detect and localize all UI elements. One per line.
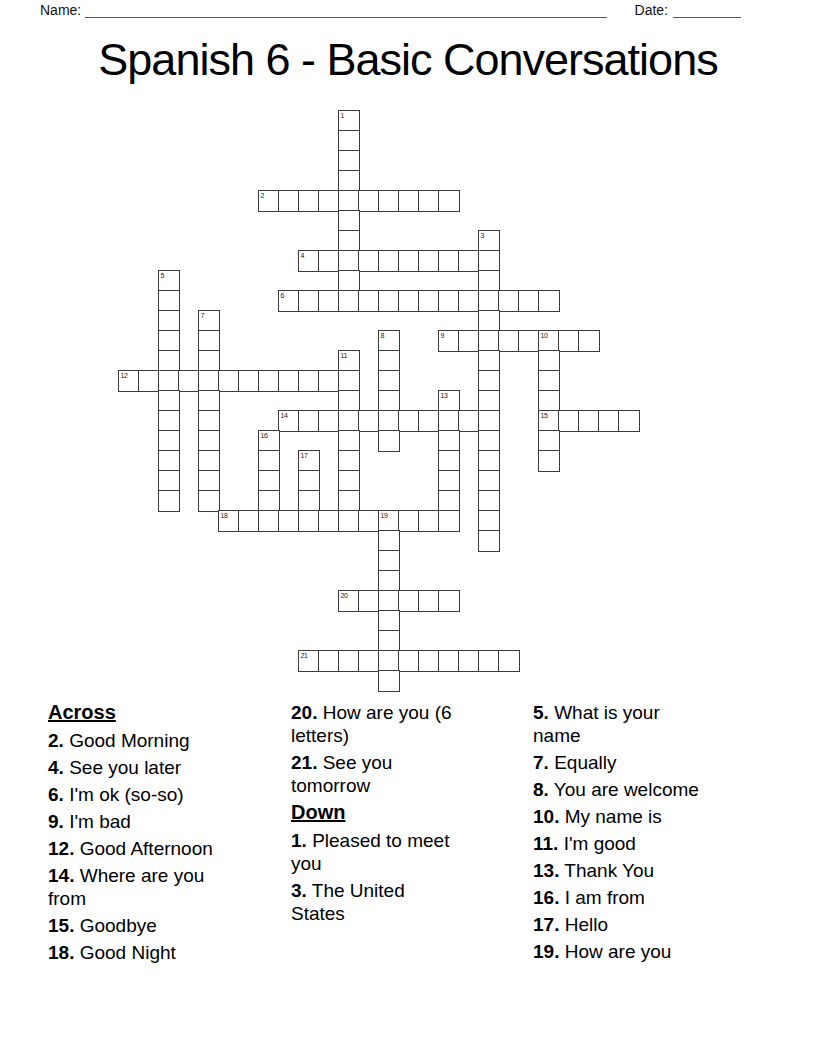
grid-cell[interactable] (338, 130, 360, 152)
grid-cell[interactable] (378, 550, 400, 572)
grid-cell[interactable] (338, 410, 360, 432)
grid-cell[interactable] (478, 450, 500, 472)
grid-cell[interactable] (378, 390, 400, 412)
grid-cell[interactable] (318, 410, 340, 432)
grid-cell[interactable] (338, 470, 360, 492)
grid-cell[interactable] (358, 250, 380, 272)
grid-cell[interactable] (538, 290, 560, 312)
grid-cell[interactable] (158, 290, 180, 312)
clue-number: 6. (48, 784, 64, 805)
cell-number: 20 (341, 592, 348, 600)
grid-cell[interactable] (478, 290, 500, 312)
grid-cell[interactable]: 9 (438, 330, 460, 352)
grid-cell[interactable] (378, 250, 400, 272)
grid-cell[interactable]: 1 (338, 110, 360, 132)
clue-number: 18. (48, 942, 74, 963)
crossword-grid: 123456789101112131415161718192021 (118, 110, 640, 692)
grid-cell[interactable] (138, 370, 160, 392)
grid-cell[interactable]: 10 (538, 330, 560, 352)
grid-cell[interactable]: 7 (198, 310, 220, 332)
clue-number: 20. (291, 702, 317, 723)
grid-cell[interactable]: 13 (438, 390, 460, 412)
clue-column-across: Across2. Good Morning4. See you later6. … (48, 701, 272, 968)
grid-cell[interactable] (398, 290, 420, 312)
grid-cell[interactable] (378, 350, 400, 372)
clue-number: 12. (48, 838, 74, 859)
clue-number: 13. (533, 860, 559, 881)
clue-number: 11. (533, 833, 558, 854)
grid-cell[interactable] (438, 650, 460, 672)
grid-cell[interactable] (478, 510, 500, 532)
grid-cell[interactable] (298, 190, 320, 212)
grid-cell[interactable] (438, 510, 460, 532)
grid-cell[interactable] (378, 530, 400, 552)
grid-cell[interactable]: 12 (118, 370, 140, 392)
clue-number: 19. (533, 941, 559, 962)
grid-cell[interactable] (258, 450, 280, 472)
clue-column-middle: 20. How are you (6 letters)21. See you t… (291, 701, 497, 929)
clue-number: 2. (48, 730, 64, 751)
cell-number: 5 (161, 272, 165, 280)
grid-cell[interactable]: 11 (338, 350, 360, 372)
grid-cell[interactable] (238, 370, 260, 392)
grid-cell[interactable] (538, 370, 560, 392)
grid-cell[interactable] (438, 290, 460, 312)
clue-column-down: 5. What is your name7. Equally8. You are… (533, 701, 765, 967)
grid-cell[interactable] (478, 430, 500, 452)
grid-cell[interactable] (338, 170, 360, 192)
cell-number: 7 (201, 312, 205, 320)
clue-number: 15. (48, 915, 74, 936)
grid-cell[interactable] (298, 510, 320, 532)
grid-cell[interactable] (318, 510, 340, 532)
grid-cell[interactable] (298, 410, 320, 432)
grid-cell[interactable] (478, 490, 500, 512)
grid-cell[interactable] (338, 370, 360, 392)
clue-18: 18. Good Night (48, 941, 272, 964)
grid-cell[interactable] (418, 650, 440, 672)
grid-cell[interactable] (158, 310, 180, 332)
cell-number: 1 (341, 112, 345, 120)
grid-cell[interactable] (378, 290, 400, 312)
grid-cell[interactable]: 20 (338, 590, 360, 612)
grid-cell[interactable] (198, 430, 220, 452)
grid-cell[interactable] (338, 250, 360, 272)
clue-16: 16. I am from (533, 886, 765, 909)
clue-number: 3. (291, 880, 307, 901)
grid-cell[interactable] (338, 230, 360, 252)
grid-cell[interactable] (158, 430, 180, 452)
grid-cell[interactable] (398, 190, 420, 212)
clue-5: 5. What is your name (533, 701, 765, 747)
clue-9: 9. I'm bad (48, 810, 272, 833)
grid-cell[interactable] (438, 590, 460, 612)
clue-15: 15. Goodbye (48, 914, 272, 937)
clue-number: 5. (533, 702, 549, 723)
grid-cell[interactable] (398, 510, 420, 532)
clue-21: 21. See you tomorrow (291, 751, 497, 797)
grid-cell[interactable]: 4 (298, 250, 320, 272)
clue-number: 7. (533, 752, 549, 773)
clue-3: 3. The United States (291, 879, 497, 925)
grid-cell[interactable] (258, 490, 280, 512)
grid-cell[interactable] (438, 470, 460, 492)
grid-cell[interactable] (338, 450, 360, 472)
clue-number: 21. (291, 752, 317, 773)
grid-cell[interactable] (518, 290, 540, 312)
grid-cell[interactable] (178, 370, 200, 392)
grid-cell[interactable] (278, 370, 300, 392)
grid-cell[interactable] (338, 390, 360, 412)
grid-cell[interactable]: 16 (258, 430, 280, 452)
clue-11: 11. I'm good (533, 832, 765, 855)
worksheet-page: Name: Date: Spanish 6 - Basic Conversati… (0, 0, 816, 1056)
grid-cell[interactable] (318, 650, 340, 672)
grid-cell[interactable] (418, 290, 440, 312)
grid-cell[interactable] (558, 410, 580, 432)
grid-cell[interactable] (158, 350, 180, 372)
grid-cell[interactable] (478, 270, 500, 292)
grid-cell[interactable] (378, 610, 400, 632)
grid-cell[interactable] (438, 490, 460, 512)
grid-cell[interactable] (198, 450, 220, 472)
grid-cell[interactable] (338, 270, 360, 292)
clue-number: 9. (48, 811, 64, 832)
date-label: Date: (635, 2, 668, 18)
grid-cell[interactable] (458, 650, 480, 672)
grid-cell[interactable] (598, 410, 620, 432)
grid-cell[interactable]: 15 (538, 410, 560, 432)
grid-cell[interactable] (478, 650, 500, 672)
clue-4: 4. See you later (48, 756, 272, 779)
clue-section-header-across: Across (48, 701, 272, 724)
grid-cell[interactable] (438, 250, 460, 272)
grid-cell[interactable] (418, 190, 440, 212)
grid-cell[interactable]: 2 (258, 190, 280, 212)
grid-cell[interactable] (438, 410, 460, 432)
grid-cell[interactable] (198, 330, 220, 352)
grid-cell[interactable] (198, 470, 220, 492)
grid-cell[interactable] (158, 490, 180, 512)
clue-10: 10. My name is (533, 805, 765, 828)
grid-cell[interactable] (478, 410, 500, 432)
clue-number: 10. (533, 806, 559, 827)
name-label: Name: (40, 2, 81, 18)
grid-cell[interactable] (158, 370, 180, 392)
grid-cell[interactable] (318, 190, 340, 212)
grid-cell[interactable] (298, 470, 320, 492)
grid-cell[interactable] (238, 510, 260, 532)
grid-cell[interactable] (358, 410, 380, 432)
grid-cell[interactable] (418, 250, 440, 272)
grid-cell[interactable] (478, 250, 500, 272)
grid-cell[interactable] (478, 370, 500, 392)
grid-cell[interactable] (378, 430, 400, 452)
clue-19: 19. How are you (533, 940, 765, 963)
grid-cell[interactable] (458, 290, 480, 312)
grid-cell[interactable]: 8 (378, 330, 400, 352)
page-title: Spanish 6 - Basic Conversations (0, 34, 816, 86)
clue-14: 14. Where are you from (48, 864, 272, 910)
grid-cell[interactable] (358, 510, 380, 532)
grid-cell[interactable] (318, 370, 340, 392)
grid-cell[interactable] (438, 190, 460, 212)
grid-cell[interactable] (558, 330, 580, 352)
cell-number: 19 (381, 512, 388, 520)
grid-cell[interactable] (458, 330, 480, 352)
grid-cell[interactable] (358, 590, 380, 612)
grid-cell[interactable] (578, 330, 600, 352)
grid-cell[interactable] (378, 650, 400, 672)
cell-number: 6 (281, 292, 285, 300)
cell-number: 12 (121, 372, 128, 380)
grid-cell[interactable] (338, 290, 360, 312)
cell-number: 14 (281, 412, 288, 420)
clue-20: 20. How are you (6 letters) (291, 701, 497, 747)
grid-cell[interactable] (378, 590, 400, 612)
grid-cell[interactable] (478, 330, 500, 352)
grid-cell[interactable] (398, 250, 420, 272)
grid-cell[interactable] (158, 470, 180, 492)
clue-section-header-down: Down (291, 801, 497, 824)
cell-number: 16 (261, 432, 268, 440)
grid-cell[interactable] (458, 250, 480, 272)
grid-cell[interactable] (498, 290, 520, 312)
grid-cell[interactable] (258, 370, 280, 392)
cell-number: 17 (301, 452, 308, 460)
clue-6: 6. I'm ok (so-so) (48, 783, 272, 806)
grid-cell[interactable]: 21 (298, 650, 320, 672)
grid-cell[interactable] (498, 650, 520, 672)
grid-cell[interactable] (458, 410, 480, 432)
grid-cell[interactable] (518, 330, 540, 352)
grid-cell[interactable] (478, 310, 500, 332)
clue-1: 1. Pleased to meet you (291, 829, 497, 875)
grid-cell[interactable] (378, 630, 400, 652)
cell-number: 3 (481, 232, 485, 240)
grid-cell[interactable] (438, 430, 460, 452)
grid-cell[interactable] (438, 450, 460, 472)
clue-number: 8. (533, 779, 549, 800)
grid-cell[interactable] (418, 510, 440, 532)
grid-cell[interactable] (378, 370, 400, 392)
grid-cell[interactable] (158, 410, 180, 432)
clue-17: 17. Hello (533, 913, 765, 936)
grid-cell[interactable] (358, 190, 380, 212)
grid-cell[interactable] (538, 350, 560, 372)
grid-cell[interactable]: 6 (278, 290, 300, 312)
grid-cell[interactable]: 19 (378, 510, 400, 532)
grid-cell[interactable] (158, 390, 180, 412)
grid-cell[interactable] (298, 490, 320, 512)
cell-number: 13 (441, 392, 448, 400)
cell-number: 15 (541, 412, 548, 420)
grid-cell[interactable] (338, 650, 360, 672)
name-fill-line[interactable] (85, 3, 606, 18)
cell-number: 18 (221, 512, 228, 520)
cell-number: 10 (541, 332, 548, 340)
grid-cell[interactable] (298, 370, 320, 392)
grid-cell[interactable]: 5 (158, 270, 180, 292)
grid-cell[interactable] (338, 430, 360, 452)
date-fill-line[interactable] (673, 3, 741, 18)
grid-cell[interactable] (478, 530, 500, 552)
grid-cell[interactable] (478, 470, 500, 492)
grid-cell[interactable] (338, 190, 360, 212)
grid-cell[interactable] (378, 670, 400, 692)
grid-cell[interactable] (318, 290, 340, 312)
cell-number: 8 (381, 332, 385, 340)
name-date-bar: Name: Date: (40, 2, 741, 18)
grid-cell[interactable] (398, 590, 420, 612)
cell-number: 21 (301, 652, 308, 660)
grid-cell[interactable] (478, 350, 500, 372)
grid-cell[interactable] (158, 330, 180, 352)
grid-cell[interactable] (578, 410, 600, 432)
clue-12: 12. Good Afternoon (48, 837, 272, 860)
grid-cell[interactable] (358, 650, 380, 672)
grid-cell[interactable] (298, 290, 320, 312)
grid-cell[interactable] (398, 410, 420, 432)
clue-number: 17. (533, 914, 559, 935)
clue-number: 14. (48, 865, 74, 886)
clue-number: 1. (291, 830, 307, 851)
grid-cell[interactable]: 17 (298, 450, 320, 472)
grid-cell[interactable] (158, 450, 180, 472)
grid-cell[interactable] (318, 250, 340, 272)
grid-cell[interactable] (278, 190, 300, 212)
grid-cell[interactable] (418, 590, 440, 612)
grid-cell[interactable] (398, 650, 420, 672)
grid-cell[interactable] (218, 370, 240, 392)
cell-number: 11 (341, 352, 348, 360)
grid-cell[interactable] (198, 390, 220, 412)
grid-cell[interactable]: 18 (218, 510, 240, 532)
clue-number: 16. (533, 887, 559, 908)
grid-cell[interactable] (418, 410, 440, 432)
grid-cell[interactable] (198, 350, 220, 372)
cell-number: 4 (301, 252, 305, 260)
grid-cell[interactable] (538, 430, 560, 452)
grid-cell[interactable] (358, 290, 380, 312)
grid-cell[interactable] (498, 330, 520, 352)
grid-cell[interactable] (478, 390, 500, 412)
grid-cell[interactable] (338, 490, 360, 512)
cell-number: 2 (261, 192, 265, 200)
grid-cell[interactable] (378, 410, 400, 432)
grid-cell[interactable] (538, 450, 560, 472)
grid-cell[interactable] (198, 490, 220, 512)
grid-cell[interactable] (378, 190, 400, 212)
clue-8: 8. You are welcome (533, 778, 765, 801)
grid-cell[interactable]: 3 (478, 230, 500, 252)
grid-cell[interactable] (338, 510, 360, 532)
cell-number: 9 (441, 332, 445, 340)
grid-cell[interactable] (378, 570, 400, 592)
grid-cell[interactable]: 14 (278, 410, 300, 432)
grid-cell[interactable] (278, 510, 300, 532)
grid-cell[interactable] (618, 410, 640, 432)
clue-13: 13. Thank You (533, 859, 765, 882)
grid-cell[interactable] (258, 470, 280, 492)
grid-cell[interactable] (338, 210, 360, 232)
grid-cell[interactable] (198, 370, 220, 392)
grid-cell[interactable] (198, 410, 220, 432)
grid-cell[interactable] (258, 510, 280, 532)
grid-cell[interactable] (338, 150, 360, 172)
grid-cell[interactable] (538, 390, 560, 412)
clue-2: 2. Good Morning (48, 729, 272, 752)
clue-7: 7. Equally (533, 751, 765, 774)
clue-number: 4. (48, 757, 64, 778)
